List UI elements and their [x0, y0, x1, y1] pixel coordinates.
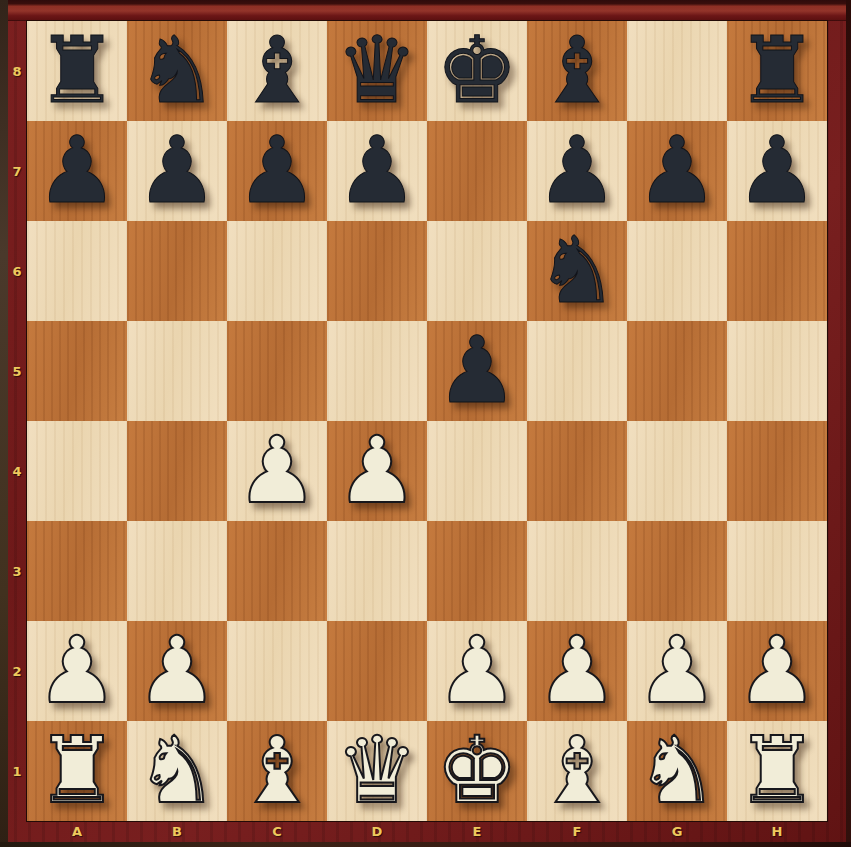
white-pawn-b2[interactable]: ♟	[127, 621, 227, 721]
square-f8[interactable]: ♝	[527, 21, 627, 121]
square-e5[interactable]: ♟	[427, 321, 527, 421]
file-label-c: C	[227, 818, 327, 844]
square-g7[interactable]: ♟	[627, 121, 727, 221]
square-g1[interactable]: ♞	[627, 721, 727, 821]
square-b4[interactable]	[127, 421, 227, 521]
black-pawn-a7[interactable]: ♟	[27, 121, 127, 221]
square-f3[interactable]	[527, 521, 627, 621]
square-b8[interactable]: ♞	[127, 21, 227, 121]
square-h3[interactable]	[727, 521, 827, 621]
rank-label-5: 5	[0, 321, 27, 421]
rank-label-8: 8	[0, 21, 27, 121]
square-g4[interactable]	[627, 421, 727, 521]
black-pawn-h7[interactable]: ♟	[727, 121, 827, 221]
rank-label-4: 4	[0, 421, 27, 521]
square-h5[interactable]	[727, 321, 827, 421]
white-queen-d1[interactable]: ♛	[327, 721, 427, 821]
square-a3[interactable]	[27, 521, 127, 621]
file-label-a: A	[27, 818, 127, 844]
square-a4[interactable]	[27, 421, 127, 521]
square-e3[interactable]	[427, 521, 527, 621]
white-pawn-c4[interactable]: ♟	[227, 421, 327, 521]
black-knight-f6[interactable]: ♞	[527, 221, 627, 321]
black-pawn-c7[interactable]: ♟	[227, 121, 327, 221]
black-pawn-g7[interactable]: ♟	[627, 121, 727, 221]
square-f7[interactable]: ♟	[527, 121, 627, 221]
square-d8[interactable]: ♛	[327, 21, 427, 121]
white-pawn-h2[interactable]: ♟	[727, 621, 827, 721]
black-pawn-e5[interactable]: ♟	[427, 321, 527, 421]
black-king-e8[interactable]: ♚	[427, 21, 527, 121]
black-pawn-f7[interactable]: ♟	[527, 121, 627, 221]
file-label-e: E	[427, 818, 527, 844]
file-coordinates: ABCDEFGH	[27, 818, 827, 844]
square-c1[interactable]: ♝	[227, 721, 327, 821]
white-knight-b1[interactable]: ♞	[127, 721, 227, 821]
file-label-g: G	[627, 818, 727, 844]
white-bishop-f1[interactable]: ♝	[527, 721, 627, 821]
black-pawn-d7[interactable]: ♟	[327, 121, 427, 221]
square-d4[interactable]: ♟	[327, 421, 427, 521]
square-c5[interactable]	[227, 321, 327, 421]
square-d1[interactable]: ♛	[327, 721, 427, 821]
square-b2[interactable]: ♟	[127, 621, 227, 721]
file-label-h: H	[727, 818, 827, 844]
file-label-f: F	[527, 818, 627, 844]
black-knight-b8[interactable]: ♞	[127, 21, 227, 121]
white-rook-a1[interactable]: ♜	[27, 721, 127, 821]
square-d3[interactable]	[327, 521, 427, 621]
square-f4[interactable]	[527, 421, 627, 521]
file-label-b: B	[127, 818, 227, 844]
square-h4[interactable]	[727, 421, 827, 521]
rank-label-6: 6	[0, 221, 27, 321]
square-d5[interactable]	[327, 321, 427, 421]
rank-label-2: 2	[0, 621, 27, 721]
square-b3[interactable]	[127, 521, 227, 621]
white-knight-g1[interactable]: ♞	[627, 721, 727, 821]
square-e8[interactable]: ♚	[427, 21, 527, 121]
square-c2[interactable]	[227, 621, 327, 721]
square-a2[interactable]: ♟	[27, 621, 127, 721]
white-pawn-a2[interactable]: ♟	[27, 621, 127, 721]
white-pawn-f2[interactable]: ♟	[527, 621, 627, 721]
rank-label-1: 1	[0, 721, 27, 821]
square-c8[interactable]: ♝	[227, 21, 327, 121]
square-e2[interactable]: ♟	[427, 621, 527, 721]
square-g2[interactable]: ♟	[627, 621, 727, 721]
black-rook-a8[interactable]: ♜	[27, 21, 127, 121]
chess-board: ♜♞♝♛♚♝♜♟♟♟♟♟♟♟♞♟♟♟♟♟♟♟♟♟♜♞♝♛♚♝♞♜	[27, 21, 827, 821]
square-b5[interactable]	[127, 321, 227, 421]
white-bishop-c1[interactable]: ♝	[227, 721, 327, 821]
square-h8[interactable]: ♜	[727, 21, 827, 121]
square-e6[interactable]	[427, 221, 527, 321]
rank-coordinates: 87654321	[0, 21, 27, 821]
square-h1[interactable]: ♜	[727, 721, 827, 821]
board-frame-top	[0, 0, 851, 21]
black-rook-h8[interactable]: ♜	[727, 21, 827, 121]
square-g6[interactable]	[627, 221, 727, 321]
square-c6[interactable]	[227, 221, 327, 321]
square-d7[interactable]: ♟	[327, 121, 427, 221]
rank-label-3: 3	[0, 521, 27, 621]
square-f1[interactable]: ♝	[527, 721, 627, 821]
square-c3[interactable]	[227, 521, 327, 621]
square-c4[interactable]: ♟	[227, 421, 327, 521]
square-h2[interactable]: ♟	[727, 621, 827, 721]
square-g3[interactable]	[627, 521, 727, 621]
chess-board-window: 87654321 ♜♞♝♛♚♝♜♟♟♟♟♟♟♟♞♟♟♟♟♟♟♟♟♟♜♞♝♛♚♝♞…	[0, 0, 851, 847]
black-bishop-c8[interactable]: ♝	[227, 21, 327, 121]
square-g8[interactable]	[627, 21, 727, 121]
square-g5[interactable]	[627, 321, 727, 421]
white-rook-h1[interactable]: ♜	[727, 721, 827, 821]
black-queen-d8[interactable]: ♛	[327, 21, 427, 121]
white-pawn-e2[interactable]: ♟	[427, 621, 527, 721]
black-pawn-b7[interactable]: ♟	[127, 121, 227, 221]
square-h6[interactable]	[727, 221, 827, 321]
white-pawn-g2[interactable]: ♟	[627, 621, 727, 721]
square-c7[interactable]: ♟	[227, 121, 327, 221]
square-b6[interactable]	[127, 221, 227, 321]
square-e1[interactable]: ♚	[427, 721, 527, 821]
board-frame-right-edge	[846, 0, 851, 847]
square-a8[interactable]: ♜	[27, 21, 127, 121]
square-b7[interactable]: ♟	[127, 121, 227, 221]
square-e7[interactable]	[427, 121, 527, 221]
square-f5[interactable]	[527, 321, 627, 421]
square-b1[interactable]: ♞	[127, 721, 227, 821]
square-a1[interactable]: ♜	[27, 721, 127, 821]
white-pawn-d4[interactable]: ♟	[327, 421, 427, 521]
square-a7[interactable]: ♟	[27, 121, 127, 221]
black-bishop-f8[interactable]: ♝	[527, 21, 627, 121]
white-king-e1[interactable]: ♚	[427, 721, 527, 821]
square-a5[interactable]	[27, 321, 127, 421]
rank-label-7: 7	[0, 121, 27, 221]
square-f6[interactable]: ♞	[527, 221, 627, 321]
square-d6[interactable]	[327, 221, 427, 321]
square-e4[interactable]	[427, 421, 527, 521]
square-a6[interactable]	[27, 221, 127, 321]
square-h7[interactable]: ♟	[727, 121, 827, 221]
square-d2[interactable]	[327, 621, 427, 721]
file-label-d: D	[327, 818, 427, 844]
square-f2[interactable]: ♟	[527, 621, 627, 721]
